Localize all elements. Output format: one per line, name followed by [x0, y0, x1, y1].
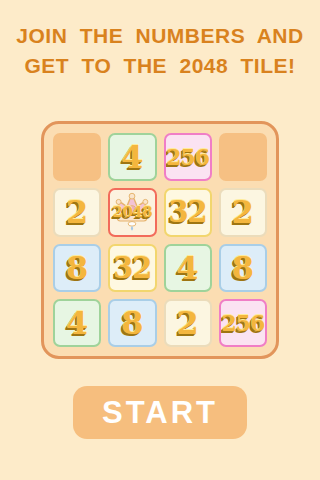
tile-r1c1-empty	[53, 133, 101, 181]
tile-r2c3: 32	[164, 188, 212, 236]
tile-number: 2	[176, 304, 198, 342]
tile-r4c1: 4	[53, 299, 101, 347]
tile-number: 2	[66, 193, 88, 231]
title-line-1: JOIN THE NUMBERS AND	[0, 21, 320, 51]
tile-number: 256	[221, 310, 264, 336]
tile-r4c2: 8	[108, 299, 156, 347]
tile-number: 4	[176, 249, 198, 287]
tile-r2c1: 2	[53, 188, 101, 236]
start-button[interactable]: START	[73, 386, 247, 439]
tile-r2c2: 2048	[108, 188, 156, 236]
tile-r3c4: 8	[219, 244, 267, 292]
tile-number: 32	[168, 195, 206, 229]
tile-number: 8	[232, 249, 254, 287]
tile-number: 8	[121, 304, 143, 342]
tile-r4c3: 2	[164, 299, 212, 347]
tile-r1c2: 4	[108, 133, 156, 181]
tile-number: 32	[113, 251, 151, 285]
tile-r1c4-empty	[219, 133, 267, 181]
tile-r2c4: 2	[219, 188, 267, 236]
tile-r3c3: 4	[164, 244, 212, 292]
tile-number: 8	[66, 249, 88, 287]
title-line-2: GET TO THE 2048 TILE!	[0, 51, 320, 81]
tile-r3c1: 8	[53, 244, 101, 292]
app-screen: JOIN THE NUMBERS AND GET TO THE 2048 TIL…	[0, 0, 320, 480]
start-button-label: START	[102, 395, 218, 431]
tile-r1c3: 256	[164, 133, 212, 181]
tile-number: 4	[66, 304, 88, 342]
tile-r3c2: 32	[108, 244, 156, 292]
tile-number: 2048	[113, 203, 153, 221]
game-board: 42562 204832283248482256	[41, 121, 279, 359]
tile-number: 2	[232, 193, 254, 231]
page-title: JOIN THE NUMBERS AND GET TO THE 2048 TIL…	[0, 21, 320, 81]
tile-number: 256	[166, 144, 209, 170]
tile-r4c4: 256	[219, 299, 267, 347]
tile-number: 4	[121, 138, 143, 176]
